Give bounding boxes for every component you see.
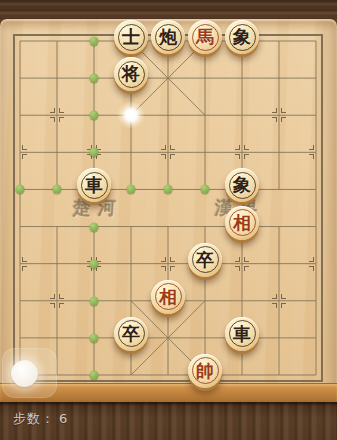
point-marker: [234, 256, 250, 272]
move-hint-dot[interactable]: [90, 370, 99, 379]
move-hint-dot[interactable]: [164, 185, 173, 194]
move-hint-dot[interactable]: [201, 185, 210, 194]
piece-character: 相: [159, 288, 177, 306]
piece-character: 車: [85, 176, 103, 194]
point-marker: [160, 256, 176, 272]
piece-character: 卒: [196, 251, 214, 269]
piece-character: 帥: [196, 362, 214, 380]
xiangqi-app: 楚河 漢界 士炮馬象将車象相卒相卒車帥 步数：6: [0, 0, 337, 440]
piece-black-soldier[interactable]: 卒: [188, 243, 222, 277]
point-marker: [12, 256, 28, 272]
piece-character: 象: [233, 176, 251, 194]
move-counter: 步数：6: [13, 410, 68, 428]
assistive-button-circle-icon: [11, 360, 38, 387]
piece-red-elephant[interactable]: 相: [151, 280, 185, 314]
piece-character: 相: [233, 214, 251, 232]
piece-character: 炮: [159, 28, 177, 46]
piece-black-elephant[interactable]: 象: [225, 168, 259, 202]
point-marker: [308, 256, 324, 272]
piece-black-cannon[interactable]: 炮: [151, 20, 185, 54]
move-hint-dot[interactable]: [90, 111, 99, 120]
move-hint-dot[interactable]: [127, 185, 136, 194]
piece-black-chariot[interactable]: 車: [77, 168, 111, 202]
move-hint-dot[interactable]: [90, 259, 99, 268]
move-hint-dot[interactable]: [53, 185, 62, 194]
piece-black-elephant[interactable]: 象: [225, 20, 259, 54]
piece-black-chariot[interactable]: 車: [225, 317, 259, 351]
point-marker: [271, 107, 287, 123]
point-marker: [12, 144, 28, 160]
piece-black-general[interactable]: 将: [114, 57, 148, 91]
piece-character: 将: [122, 65, 140, 83]
piece-red-elephant[interactable]: 相: [225, 206, 259, 240]
piece-character: 車: [233, 325, 251, 343]
piece-character: 象: [233, 28, 251, 46]
move-hint-dot[interactable]: [90, 333, 99, 342]
point-marker: [308, 144, 324, 160]
point-marker: [271, 293, 287, 309]
move-hint-dot[interactable]: [16, 185, 25, 194]
move-hint-dot[interactable]: [90, 296, 99, 305]
point-marker: [49, 293, 65, 309]
piece-black-soldier[interactable]: 卒: [114, 317, 148, 351]
last-move-sparkle: [116, 100, 146, 130]
move-counter-label: 步数：: [13, 411, 55, 426]
point-marker: [234, 144, 250, 160]
move-hint-dot[interactable]: [90, 222, 99, 231]
point-marker: [160, 144, 176, 160]
piece-red-general[interactable]: 帥: [188, 354, 222, 388]
piece-red-horse[interactable]: 馬: [188, 20, 222, 54]
piece-character: 馬: [196, 28, 214, 46]
move-hint-dot[interactable]: [90, 74, 99, 83]
point-marker: [49, 107, 65, 123]
assistive-floating-button[interactable]: [2, 348, 57, 398]
move-counter-value: 6: [59, 411, 68, 426]
move-hint-dot[interactable]: [90, 37, 99, 46]
piece-character: 卒: [122, 325, 140, 343]
move-hint-dot[interactable]: [90, 148, 99, 157]
piece-black-advisor[interactable]: 士: [114, 20, 148, 54]
piece-character: 士: [122, 28, 140, 46]
